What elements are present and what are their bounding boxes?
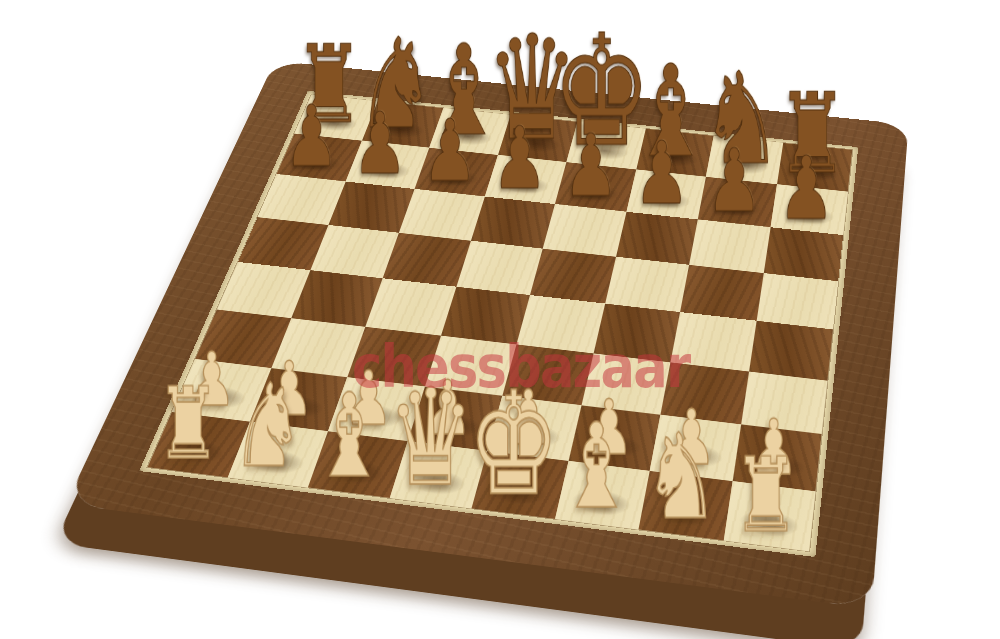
square-e7: ♟: [555, 162, 636, 212]
square-d4: [441, 287, 530, 344]
square-h6: [763, 227, 843, 281]
piece-black-pawn: ♟: [492, 118, 547, 199]
square-g1: ♞: [638, 471, 732, 541]
piece-black-pawn: ♟: [422, 110, 477, 191]
square-h1: ♜: [723, 481, 815, 551]
chess-board: ♜♞♝♛♚♝♞♜♟♟♟♟♟♟♟♟♟♟♟♟♟♟♟♟♜♞♝♛♚♝♞♜: [66, 61, 909, 609]
square-f7: ♟: [626, 169, 706, 219]
square-d5: [456, 240, 543, 295]
piece-white-king: ♚: [467, 376, 559, 512]
square-h5: [756, 273, 838, 330]
piece-black-pawn: ♟: [779, 147, 835, 230]
square-d6: [471, 196, 555, 248]
piece-black-pawn: ♟: [634, 132, 690, 214]
board-playing-field: ♜♞♝♛♚♝♞♜♟♟♟♟♟♟♟♟♟♟♟♟♟♟♟♟♜♞♝♛♚♝♞♜: [139, 91, 858, 557]
square-h7: ♟: [770, 184, 848, 235]
piece-white-rook: ♜: [733, 447, 799, 544]
perspective-scene: ♜♞♝♛♚♝♞♜♟♟♟♟♟♟♟♟♟♟♟♟♟♟♟♟♜♞♝♛♚♝♞♜: [0, 0, 1000, 639]
piece-white-rook: ♜: [156, 377, 220, 471]
square-e4: [517, 295, 605, 353]
square-e1: ♚: [472, 451, 569, 519]
square-g4: [671, 312, 757, 371]
square-f5: [605, 256, 689, 312]
piece-white-bishop: ♝: [312, 381, 386, 491]
piece-black-pawn: ♟: [353, 103, 408, 184]
square-g7: ♟: [698, 177, 777, 228]
square-f4: [593, 303, 680, 362]
piece-white-queen: ♛: [388, 374, 474, 501]
piece-white-bishop: ♝: [559, 411, 635, 522]
piece-white-knight: ♞: [643, 421, 719, 533]
piece-black-pawn: ♟: [706, 140, 762, 222]
square-f1: ♝: [555, 461, 650, 530]
square-h4: [749, 321, 833, 381]
square-e6: [543, 204, 626, 256]
square-g5: [680, 265, 763, 321]
piece-black-pawn: ♟: [563, 125, 618, 207]
square-a6: [258, 174, 346, 225]
square-f6: [616, 212, 698, 265]
square-a4: [217, 262, 310, 318]
square-e5: [530, 248, 616, 303]
piece-white-knight: ♞: [231, 372, 305, 481]
square-g6: [689, 219, 770, 272]
square-c6: [399, 189, 484, 240]
piece-black-pawn: ♟: [284, 96, 339, 176]
board-grid: ♜♞♝♛♚♝♞♜♟♟♟♟♟♟♟♟♟♟♟♟♟♟♟♟♜♞♝♛♚♝♞♜: [148, 94, 853, 551]
chess-set-product-photo: ♜♞♝♛♚♝♞♜♟♟♟♟♟♟♟♟♟♟♟♟♟♟♟♟♜♞♝♛♚♝♞♜ chessba…: [0, 0, 1000, 639]
